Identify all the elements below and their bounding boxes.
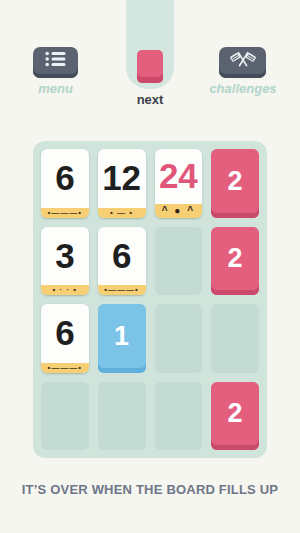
card-value: 24 (155, 149, 203, 204)
card-value: 2 (211, 227, 259, 296)
card-3[interactable]: 3• · · • (41, 227, 89, 296)
board-cell: 3• · · • (41, 227, 89, 296)
card-2[interactable]: 2 (211, 149, 259, 218)
board-cell: 24^ ● ^ (155, 149, 203, 218)
menu-button[interactable] (33, 47, 78, 78)
board-cell (155, 227, 203, 296)
board-cell (155, 304, 203, 373)
list-icon (45, 51, 67, 71)
card-2[interactable]: 2 (211, 382, 259, 451)
next-card-preview (137, 50, 163, 83)
board-grid[interactable]: 6•———•12• — •24^ ● ^23• · · •6•———•26•——… (41, 149, 259, 450)
card-value: 12 (98, 149, 146, 208)
board-cell: 6•———• (98, 227, 146, 296)
board-cell: 12• — • (98, 149, 146, 218)
card-value: 6 (98, 227, 146, 286)
card-value: 6 (41, 304, 89, 363)
board-cell (155, 382, 203, 451)
board-cell (211, 304, 259, 373)
board-cell: 6•———• (41, 304, 89, 373)
card-value: 3 (41, 227, 89, 286)
next-label: next (126, 92, 174, 107)
game-screen: next menu (0, 0, 300, 533)
card-face-strip: • · · • (41, 285, 89, 295)
card-2[interactable]: 2 (211, 227, 259, 296)
challenges-button-label: challenges (203, 81, 283, 96)
card-face-strip: •———• (41, 363, 89, 373)
card-face-strip: •———• (98, 285, 146, 295)
footer-caption: IT’S OVER WHEN THE BOARD FILLS UP (0, 482, 300, 497)
crossed-flags-icon (230, 50, 256, 73)
card-6[interactable]: 6•———• (98, 227, 146, 296)
card-1[interactable]: 1 (98, 304, 146, 373)
game-board[interactable]: 6•———•12• — •24^ ● ^23• · · •6•———•26•——… (33, 141, 267, 458)
card-face-strip: • — • (98, 208, 146, 218)
board-cell: 2 (211, 149, 259, 218)
card-24[interactable]: 24^ ● ^ (155, 149, 203, 218)
card-value: 1 (98, 304, 146, 373)
board-cell: 1 (98, 304, 146, 373)
card-face-strip: ^ ● ^ (155, 204, 203, 218)
challenges-button[interactable] (219, 47, 266, 78)
board-cell (41, 382, 89, 451)
board-cell: 6•———• (41, 149, 89, 218)
card-value: 6 (41, 149, 89, 208)
card-value: 2 (211, 382, 259, 451)
card-6[interactable]: 6•———• (41, 304, 89, 373)
card-face-strip: •———• (41, 208, 89, 218)
card-12[interactable]: 12• — • (98, 149, 146, 218)
board-cell: 2 (211, 227, 259, 296)
card-value: 2 (211, 149, 259, 218)
board-cell (98, 382, 146, 451)
menu-button-label: menu (23, 81, 88, 96)
board-cell: 2 (211, 382, 259, 451)
card-6[interactable]: 6•———• (41, 149, 89, 218)
